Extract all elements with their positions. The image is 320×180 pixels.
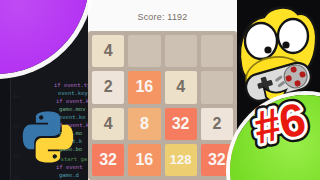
duck-left-eye [245, 23, 277, 59]
tile-4: 4 [165, 71, 197, 103]
duck-left-pupil [264, 46, 271, 53]
tile-32: 32 [92, 144, 124, 176]
episode-badge-text: #6 [249, 92, 310, 154]
score-text: Score: 1192 [88, 12, 237, 22]
tile-16: 16 [128, 144, 160, 176]
tile-32: 32 [201, 144, 233, 176]
tile-16: 16 [128, 71, 160, 103]
tile-2: 2 [92, 71, 124, 103]
tile-128: 128 [165, 144, 197, 176]
duck-right-pupil [282, 41, 289, 48]
game-panel: Score: 1192 4216448322321612832 [88, 0, 237, 180]
video-thumbnail: if event.type ==event.keyif event.kgame.… [0, 0, 320, 180]
empty-cell [165, 35, 197, 67]
code-line: event.key [58, 90, 88, 96]
tile-32: 32 [165, 108, 197, 140]
empty-cell [128, 35, 160, 67]
code-line: game.d [59, 172, 79, 178]
tile-4: 4 [92, 35, 124, 67]
duck-right-eye [278, 19, 308, 53]
tile-4: 4 [92, 108, 124, 140]
episode-badge: #6 #6 [240, 86, 320, 162]
code-line: :: [13, 92, 20, 98]
purple-circle-decoration [0, 0, 89, 74]
board-2048[interactable]: 4216448322321612832 [88, 31, 237, 180]
empty-cell [201, 71, 233, 103]
tile-8: 8 [128, 108, 160, 140]
tile-2: 2 [201, 108, 233, 140]
python-logo-icon [19, 104, 77, 170]
empty-cell [201, 35, 233, 67]
code-line: :: [13, 174, 20, 180]
